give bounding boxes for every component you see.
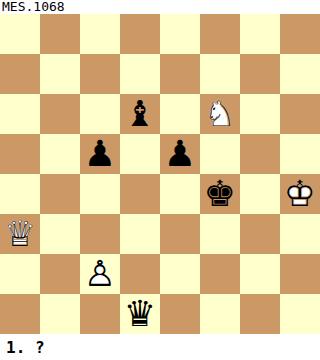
square-g3[interactable] bbox=[240, 214, 280, 254]
black-king-glyph: ♚ bbox=[200, 174, 240, 214]
square-h2[interactable] bbox=[280, 254, 320, 294]
square-h8[interactable] bbox=[280, 14, 320, 54]
square-e3[interactable] bbox=[160, 214, 200, 254]
square-b2[interactable] bbox=[40, 254, 80, 294]
white-king: ♚♔ bbox=[280, 174, 320, 214]
square-a3[interactable]: ♛♕ bbox=[0, 214, 40, 254]
black-queen: ♛ bbox=[120, 294, 160, 334]
square-h6[interactable] bbox=[280, 94, 320, 134]
black-bishop-glyph: ♝ bbox=[120, 94, 160, 134]
square-a6[interactable] bbox=[0, 94, 40, 134]
square-e5[interactable]: ♟ bbox=[160, 134, 200, 174]
square-c8[interactable] bbox=[80, 14, 120, 54]
square-g8[interactable] bbox=[240, 14, 280, 54]
square-f3[interactable] bbox=[200, 214, 240, 254]
square-c5[interactable]: ♟ bbox=[80, 134, 120, 174]
white-knight: ♞♘ bbox=[200, 94, 240, 134]
black-pawn: ♟ bbox=[80, 134, 120, 174]
black-king: ♚ bbox=[200, 174, 240, 214]
black-pawn-glyph: ♟ bbox=[80, 134, 120, 174]
square-f4[interactable]: ♚ bbox=[200, 174, 240, 214]
square-a4[interactable] bbox=[0, 174, 40, 214]
square-e2[interactable] bbox=[160, 254, 200, 294]
square-g1[interactable] bbox=[240, 294, 280, 334]
square-e7[interactable] bbox=[160, 54, 200, 94]
move-prompt: 1. ? bbox=[6, 338, 45, 357]
square-b1[interactable] bbox=[40, 294, 80, 334]
square-b6[interactable] bbox=[40, 94, 80, 134]
square-h3[interactable] bbox=[280, 214, 320, 254]
square-d6[interactable]: ♝ bbox=[120, 94, 160, 134]
square-d1[interactable]: ♛ bbox=[120, 294, 160, 334]
square-f5[interactable] bbox=[200, 134, 240, 174]
square-d3[interactable] bbox=[120, 214, 160, 254]
white-king-outline: ♔ bbox=[280, 174, 320, 214]
square-f1[interactable] bbox=[200, 294, 240, 334]
chess-board: ♝♞♘♟♟♚♚♔♛♕♟♙♛ bbox=[0, 14, 320, 334]
square-b4[interactable] bbox=[40, 174, 80, 214]
square-d7[interactable] bbox=[120, 54, 160, 94]
page-title: MES.1068 bbox=[2, 0, 65, 14]
black-queen-glyph: ♛ bbox=[120, 294, 160, 334]
square-d4[interactable] bbox=[120, 174, 160, 214]
square-c2[interactable]: ♟♙ bbox=[80, 254, 120, 294]
square-h7[interactable] bbox=[280, 54, 320, 94]
square-g2[interactable] bbox=[240, 254, 280, 294]
square-e4[interactable] bbox=[160, 174, 200, 214]
square-e1[interactable] bbox=[160, 294, 200, 334]
square-g7[interactable] bbox=[240, 54, 280, 94]
square-c7[interactable] bbox=[80, 54, 120, 94]
black-bishop: ♝ bbox=[120, 94, 160, 134]
square-f6[interactable]: ♞♘ bbox=[200, 94, 240, 134]
square-c3[interactable] bbox=[80, 214, 120, 254]
black-pawn-glyph: ♟ bbox=[160, 134, 200, 174]
square-a2[interactable] bbox=[0, 254, 40, 294]
square-g4[interactable] bbox=[240, 174, 280, 214]
white-queen: ♛♕ bbox=[0, 214, 40, 254]
square-a8[interactable] bbox=[0, 14, 40, 54]
black-pawn: ♟ bbox=[160, 134, 200, 174]
square-e8[interactable] bbox=[160, 14, 200, 54]
white-knight-outline: ♘ bbox=[200, 94, 240, 134]
square-h1[interactable] bbox=[280, 294, 320, 334]
square-c4[interactable] bbox=[80, 174, 120, 214]
square-d5[interactable] bbox=[120, 134, 160, 174]
square-f8[interactable] bbox=[200, 14, 240, 54]
square-d2[interactable] bbox=[120, 254, 160, 294]
square-d8[interactable] bbox=[120, 14, 160, 54]
square-g5[interactable] bbox=[240, 134, 280, 174]
square-h5[interactable] bbox=[280, 134, 320, 174]
square-b8[interactable] bbox=[40, 14, 80, 54]
square-a7[interactable] bbox=[0, 54, 40, 94]
square-b7[interactable] bbox=[40, 54, 80, 94]
square-a1[interactable] bbox=[0, 294, 40, 334]
square-g6[interactable] bbox=[240, 94, 280, 134]
square-h4[interactable]: ♚♔ bbox=[280, 174, 320, 214]
square-c6[interactable] bbox=[80, 94, 120, 134]
white-queen-outline: ♕ bbox=[0, 214, 40, 254]
square-e6[interactable] bbox=[160, 94, 200, 134]
square-c1[interactable] bbox=[80, 294, 120, 334]
square-b5[interactable] bbox=[40, 134, 80, 174]
square-f7[interactable] bbox=[200, 54, 240, 94]
square-f2[interactable] bbox=[200, 254, 240, 294]
white-pawn-outline: ♙ bbox=[80, 254, 120, 294]
white-pawn: ♟♙ bbox=[80, 254, 120, 294]
square-a5[interactable] bbox=[0, 134, 40, 174]
square-b3[interactable] bbox=[40, 214, 80, 254]
